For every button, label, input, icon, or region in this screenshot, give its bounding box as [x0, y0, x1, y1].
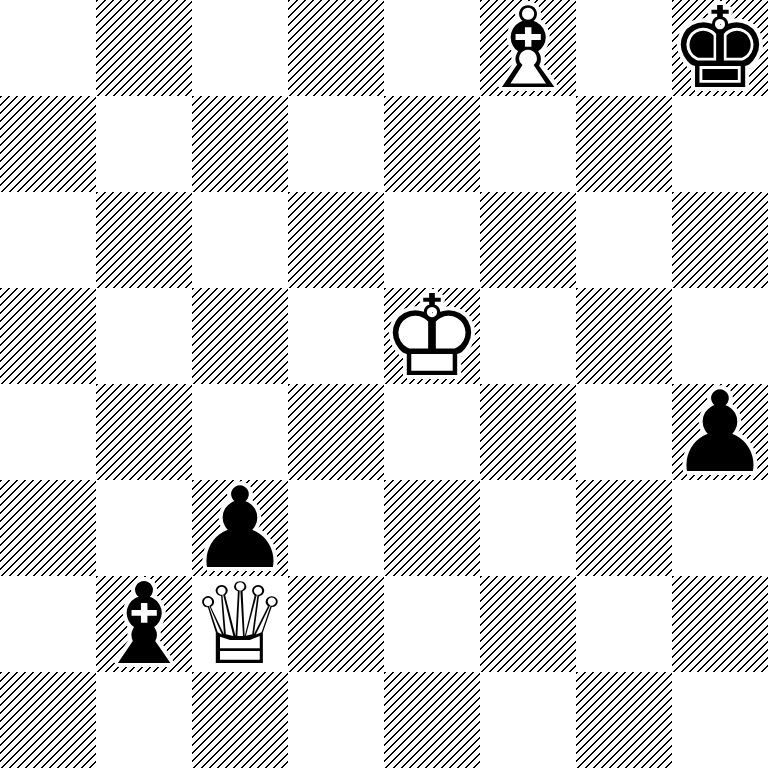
- square-g6[interactable]: [576, 192, 672, 288]
- black-bishop-b2[interactable]: ♝: [96, 576, 192, 672]
- square-d7[interactable]: [288, 96, 384, 192]
- square-e7[interactable]: [384, 96, 480, 192]
- square-e1[interactable]: [384, 672, 480, 768]
- square-a4[interactable]: [0, 384, 96, 480]
- square-g8[interactable]: [576, 0, 672, 96]
- black-king-h8[interactable]: ♚: [672, 0, 768, 96]
- square-h8[interactable]: ♚♚: [672, 0, 768, 96]
- square-a3[interactable]: [0, 480, 96, 576]
- square-b3[interactable]: [96, 480, 192, 576]
- square-h1[interactable]: [672, 672, 768, 768]
- square-d8[interactable]: [288, 0, 384, 96]
- square-c3[interactable]: ♟♟: [192, 480, 288, 576]
- square-e6[interactable]: [384, 192, 480, 288]
- square-e8[interactable]: [384, 0, 480, 96]
- square-b2[interactable]: ♝♝: [96, 576, 192, 672]
- square-d4[interactable]: [288, 384, 384, 480]
- square-f2[interactable]: [480, 576, 576, 672]
- square-d5[interactable]: [288, 288, 384, 384]
- square-a7[interactable]: [0, 96, 96, 192]
- square-c5[interactable]: [192, 288, 288, 384]
- square-g5[interactable]: [576, 288, 672, 384]
- square-c2[interactable]: ♛♕: [192, 576, 288, 672]
- square-d3[interactable]: [288, 480, 384, 576]
- square-a5[interactable]: [0, 288, 96, 384]
- square-d1[interactable]: [288, 672, 384, 768]
- square-h3[interactable]: [672, 480, 768, 576]
- square-h7[interactable]: [672, 96, 768, 192]
- square-f6[interactable]: [480, 192, 576, 288]
- square-b5[interactable]: [96, 288, 192, 384]
- square-g1[interactable]: [576, 672, 672, 768]
- square-e2[interactable]: [384, 576, 480, 672]
- square-g3[interactable]: [576, 480, 672, 576]
- white-bishop-f8[interactable]: ♗: [480, 0, 576, 96]
- black-pawn-c3[interactable]: ♟: [192, 480, 288, 576]
- square-h2[interactable]: [672, 576, 768, 672]
- square-b7[interactable]: [96, 96, 192, 192]
- square-c7[interactable]: [192, 96, 288, 192]
- chess-board: ♝♗♚♚♚♔♟♟♟♟♝♝♛♕: [0, 0, 768, 768]
- square-h6[interactable]: [672, 192, 768, 288]
- square-b4[interactable]: [96, 384, 192, 480]
- square-b6[interactable]: [96, 192, 192, 288]
- square-b1[interactable]: [96, 672, 192, 768]
- square-a2[interactable]: [0, 576, 96, 672]
- black-pawn-h4[interactable]: ♟: [672, 384, 768, 480]
- square-f7[interactable]: [480, 96, 576, 192]
- square-d6[interactable]: [288, 192, 384, 288]
- square-c8[interactable]: [192, 0, 288, 96]
- square-a8[interactable]: [0, 0, 96, 96]
- square-f5[interactable]: [480, 288, 576, 384]
- square-c1[interactable]: [192, 672, 288, 768]
- square-f1[interactable]: [480, 672, 576, 768]
- square-f4[interactable]: [480, 384, 576, 480]
- white-queen-c2[interactable]: ♕: [192, 576, 288, 672]
- square-h4[interactable]: ♟♟: [672, 384, 768, 480]
- square-a1[interactable]: [0, 672, 96, 768]
- square-e5[interactable]: ♚♔: [384, 288, 480, 384]
- square-c6[interactable]: [192, 192, 288, 288]
- square-g2[interactable]: [576, 576, 672, 672]
- square-a6[interactable]: [0, 192, 96, 288]
- square-h5[interactable]: [672, 288, 768, 384]
- square-g7[interactable]: [576, 96, 672, 192]
- square-e3[interactable]: [384, 480, 480, 576]
- square-e4[interactable]: [384, 384, 480, 480]
- square-d2[interactable]: [288, 576, 384, 672]
- square-c4[interactable]: [192, 384, 288, 480]
- square-g4[interactable]: [576, 384, 672, 480]
- square-f8[interactable]: ♝♗: [480, 0, 576, 96]
- square-b8[interactable]: [96, 0, 192, 96]
- white-king-e5[interactable]: ♔: [384, 288, 480, 384]
- square-f3[interactable]: [480, 480, 576, 576]
